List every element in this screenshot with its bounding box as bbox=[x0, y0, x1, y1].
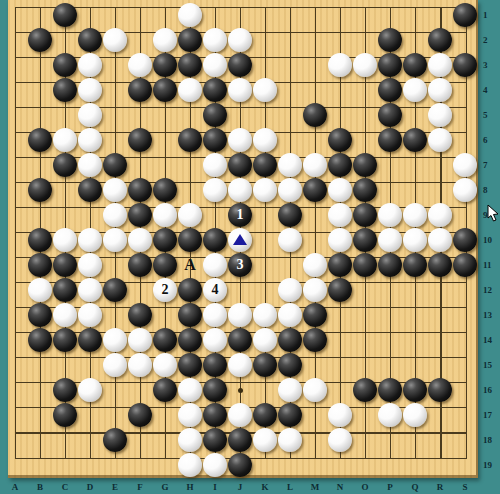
black-stone-H12[interactable] bbox=[178, 278, 202, 302]
black-stone-B14[interactable] bbox=[28, 328, 52, 352]
white-stone-L13[interactable] bbox=[278, 303, 302, 327]
black-stone-P5[interactable] bbox=[378, 103, 402, 127]
column-label-H: H bbox=[186, 482, 193, 492]
row-label-10: 10 bbox=[483, 235, 492, 245]
column-label-F: F bbox=[137, 482, 143, 492]
column-label-M: M bbox=[311, 482, 320, 492]
black-stone-O10[interactable] bbox=[353, 228, 377, 252]
white-stone-D5[interactable] bbox=[78, 103, 102, 127]
white-stone-I7[interactable] bbox=[203, 153, 227, 177]
white-stone-I2[interactable] bbox=[203, 28, 227, 52]
white-stone-Q4[interactable] bbox=[403, 78, 427, 102]
row-label-7: 7 bbox=[483, 160, 488, 170]
row-label-14: 14 bbox=[483, 335, 492, 345]
white-stone-J10[interactable] bbox=[228, 228, 252, 252]
white-stone-D12[interactable] bbox=[78, 278, 102, 302]
move-number-label: 1 bbox=[237, 208, 244, 222]
row-label-8: 8 bbox=[483, 185, 488, 195]
white-stone-N8[interactable] bbox=[328, 178, 352, 202]
white-stone-D7[interactable] bbox=[78, 153, 102, 177]
black-stone-K15[interactable] bbox=[253, 353, 277, 377]
white-stone-E14[interactable] bbox=[103, 328, 127, 352]
black-stone-M13[interactable] bbox=[303, 303, 327, 327]
black-stone-C12[interactable] bbox=[53, 278, 77, 302]
black-stone-M8[interactable] bbox=[303, 178, 327, 202]
black-stone-Q11[interactable] bbox=[403, 253, 427, 277]
white-stone-P17[interactable] bbox=[378, 403, 402, 427]
black-stone-F9[interactable] bbox=[128, 203, 152, 227]
mouse-cursor-icon bbox=[487, 205, 499, 222]
black-stone-I15[interactable] bbox=[203, 353, 227, 377]
black-stone-L9[interactable] bbox=[278, 203, 302, 227]
white-stone-J8[interactable] bbox=[228, 178, 252, 202]
black-stone-I10[interactable] bbox=[203, 228, 227, 252]
black-stone-B13[interactable] bbox=[28, 303, 52, 327]
white-stone-M7[interactable] bbox=[303, 153, 327, 177]
row-label-4: 4 bbox=[483, 85, 488, 95]
black-stone-J14[interactable] bbox=[228, 328, 252, 352]
white-stone-K14[interactable] bbox=[253, 328, 277, 352]
black-stone-S1[interactable] bbox=[453, 3, 477, 27]
black-stone-C4[interactable] bbox=[53, 78, 77, 102]
triangle-marker-icon bbox=[233, 234, 247, 245]
black-stone-Q6[interactable] bbox=[403, 128, 427, 152]
white-stone-J6[interactable] bbox=[228, 128, 252, 152]
column-label-A: A bbox=[12, 482, 19, 492]
black-stone-D8[interactable] bbox=[78, 178, 102, 202]
column-label-J: J bbox=[238, 482, 243, 492]
white-stone-S7[interactable] bbox=[453, 153, 477, 177]
black-stone-H3[interactable] bbox=[178, 53, 202, 77]
white-stone-K13[interactable] bbox=[253, 303, 277, 327]
black-stone-P6[interactable] bbox=[378, 128, 402, 152]
black-stone-O11[interactable] bbox=[353, 253, 377, 277]
column-label-E: E bbox=[112, 482, 118, 492]
white-stone-R4[interactable] bbox=[428, 78, 452, 102]
white-stone-I12[interactable]: 4 bbox=[203, 278, 227, 302]
white-stone-H9[interactable] bbox=[178, 203, 202, 227]
white-stone-K6[interactable] bbox=[253, 128, 277, 152]
white-stone-L18[interactable] bbox=[278, 428, 302, 452]
black-stone-S3[interactable] bbox=[453, 53, 477, 77]
white-stone-F3[interactable] bbox=[128, 53, 152, 77]
white-stone-K18[interactable] bbox=[253, 428, 277, 452]
black-stone-H13[interactable] bbox=[178, 303, 202, 327]
black-stone-P11[interactable] bbox=[378, 253, 402, 277]
white-stone-J15[interactable] bbox=[228, 353, 252, 377]
white-stone-R5[interactable] bbox=[428, 103, 452, 127]
white-stone-G12[interactable]: 2 bbox=[153, 278, 177, 302]
column-label-S: S bbox=[462, 482, 467, 492]
black-stone-M14[interactable] bbox=[303, 328, 327, 352]
white-stone-N3[interactable] bbox=[328, 53, 352, 77]
black-stone-E18[interactable] bbox=[103, 428, 127, 452]
column-label-B: B bbox=[37, 482, 43, 492]
white-stone-R9[interactable] bbox=[428, 203, 452, 227]
white-stone-I13[interactable] bbox=[203, 303, 227, 327]
white-stone-E9[interactable] bbox=[103, 203, 127, 227]
white-stone-R6[interactable] bbox=[428, 128, 452, 152]
white-stone-D10[interactable] bbox=[78, 228, 102, 252]
white-stone-F10[interactable] bbox=[128, 228, 152, 252]
black-stone-I5[interactable] bbox=[203, 103, 227, 127]
column-label-L: L bbox=[287, 482, 293, 492]
row-label-18: 18 bbox=[483, 435, 492, 445]
black-stone-E12[interactable] bbox=[103, 278, 127, 302]
white-stone-H18[interactable] bbox=[178, 428, 202, 452]
row-label-13: 13 bbox=[483, 310, 492, 320]
black-stone-G11[interactable] bbox=[153, 253, 177, 277]
white-stone-I8[interactable] bbox=[203, 178, 227, 202]
row-label-17: 17 bbox=[483, 410, 492, 420]
white-stone-F15[interactable] bbox=[128, 353, 152, 377]
row-label-2: 2 bbox=[483, 35, 488, 45]
black-stone-Q3[interactable] bbox=[403, 53, 427, 77]
row-label-15: 15 bbox=[483, 360, 492, 370]
white-stone-L16[interactable] bbox=[278, 378, 302, 402]
black-stone-R16[interactable] bbox=[428, 378, 452, 402]
white-stone-D13[interactable] bbox=[78, 303, 102, 327]
black-stone-I16[interactable] bbox=[203, 378, 227, 402]
white-stone-N10[interactable] bbox=[328, 228, 352, 252]
black-stone-S10[interactable] bbox=[453, 228, 477, 252]
black-stone-C7[interactable] bbox=[53, 153, 77, 177]
white-stone-C6[interactable] bbox=[53, 128, 77, 152]
black-stone-E7[interactable] bbox=[103, 153, 127, 177]
white-stone-R10[interactable] bbox=[428, 228, 452, 252]
black-stone-M5[interactable] bbox=[303, 103, 327, 127]
black-stone-H14[interactable] bbox=[178, 328, 202, 352]
black-stone-L14[interactable] bbox=[278, 328, 302, 352]
move-number-label: 3 bbox=[237, 258, 244, 272]
white-stone-K8[interactable] bbox=[253, 178, 277, 202]
white-stone-Q10[interactable] bbox=[403, 228, 427, 252]
black-stone-N12[interactable] bbox=[328, 278, 352, 302]
white-stone-L12[interactable] bbox=[278, 278, 302, 302]
black-stone-C1[interactable] bbox=[53, 3, 77, 27]
go-app-window: 1324A ABCDEFGHIJKLMNOPQRS 12345678910111… bbox=[0, 0, 500, 494]
white-stone-E2[interactable] bbox=[103, 28, 127, 52]
black-stone-F17[interactable] bbox=[128, 403, 152, 427]
black-stone-F4[interactable] bbox=[128, 78, 152, 102]
white-stone-L8[interactable] bbox=[278, 178, 302, 202]
white-stone-L10[interactable] bbox=[278, 228, 302, 252]
column-label-D: D bbox=[87, 482, 94, 492]
black-stone-O16[interactable] bbox=[353, 378, 377, 402]
black-stone-S11[interactable] bbox=[453, 253, 477, 277]
white-stone-D11[interactable] bbox=[78, 253, 102, 277]
black-stone-J9[interactable]: 1 bbox=[228, 203, 252, 227]
black-stone-J11[interactable]: 3 bbox=[228, 253, 252, 277]
black-stone-P16[interactable] bbox=[378, 378, 402, 402]
black-stone-N6[interactable] bbox=[328, 128, 352, 152]
black-stone-D2[interactable] bbox=[78, 28, 102, 52]
white-stone-C10[interactable] bbox=[53, 228, 77, 252]
row-label-19: 19 bbox=[483, 460, 492, 470]
black-stone-G3[interactable] bbox=[153, 53, 177, 77]
black-stone-P2[interactable] bbox=[378, 28, 402, 52]
row-label-3: 3 bbox=[483, 60, 488, 70]
row-label-12: 12 bbox=[483, 285, 492, 295]
black-stone-F11[interactable] bbox=[128, 253, 152, 277]
white-stone-C13[interactable] bbox=[53, 303, 77, 327]
white-stone-D4[interactable] bbox=[78, 78, 102, 102]
black-stone-J18[interactable] bbox=[228, 428, 252, 452]
white-stone-G2[interactable] bbox=[153, 28, 177, 52]
black-stone-H6[interactable] bbox=[178, 128, 202, 152]
move-number-label: 4 bbox=[212, 283, 219, 297]
black-stone-B11[interactable] bbox=[28, 253, 52, 277]
white-stone-D3[interactable] bbox=[78, 53, 102, 77]
black-stone-I18[interactable] bbox=[203, 428, 227, 452]
white-stone-D6[interactable] bbox=[78, 128, 102, 152]
white-stone-G15[interactable] bbox=[153, 353, 177, 377]
black-stone-J7[interactable] bbox=[228, 153, 252, 177]
go-board[interactable]: 1324A bbox=[8, 0, 478, 478]
white-stone-O3[interactable] bbox=[353, 53, 377, 77]
column-label-K: K bbox=[261, 482, 268, 492]
black-stone-L15[interactable] bbox=[278, 353, 302, 377]
row-label-5: 5 bbox=[483, 110, 488, 120]
column-label-P: P bbox=[387, 482, 393, 492]
white-stone-H19[interactable] bbox=[178, 453, 202, 477]
black-stone-B6[interactable] bbox=[28, 128, 52, 152]
black-stone-H15[interactable] bbox=[178, 353, 202, 377]
white-stone-I14[interactable] bbox=[203, 328, 227, 352]
white-stone-B12[interactable] bbox=[28, 278, 52, 302]
black-stone-R11[interactable] bbox=[428, 253, 452, 277]
white-stone-P10[interactable] bbox=[378, 228, 402, 252]
black-stone-N11[interactable] bbox=[328, 253, 352, 277]
black-stone-B10[interactable] bbox=[28, 228, 52, 252]
black-stone-F8[interactable] bbox=[128, 178, 152, 202]
white-stone-S8[interactable] bbox=[453, 178, 477, 202]
black-stone-G16[interactable] bbox=[153, 378, 177, 402]
white-stone-N17[interactable] bbox=[328, 403, 352, 427]
column-label-Q: Q bbox=[411, 482, 418, 492]
white-stone-I11[interactable] bbox=[203, 253, 227, 277]
white-stone-E10[interactable] bbox=[103, 228, 127, 252]
white-stone-F14[interactable] bbox=[128, 328, 152, 352]
black-stone-G8[interactable] bbox=[153, 178, 177, 202]
black-stone-L17[interactable] bbox=[278, 403, 302, 427]
black-stone-O7[interactable] bbox=[353, 153, 377, 177]
black-stone-P4[interactable] bbox=[378, 78, 402, 102]
black-stone-R2[interactable] bbox=[428, 28, 452, 52]
black-stone-I17[interactable] bbox=[203, 403, 227, 427]
move-number-label: 2 bbox=[162, 283, 169, 297]
white-stone-R3[interactable] bbox=[428, 53, 452, 77]
black-stone-O9[interactable] bbox=[353, 203, 377, 227]
white-stone-I3[interactable] bbox=[203, 53, 227, 77]
black-stone-C14[interactable] bbox=[53, 328, 77, 352]
white-stone-H1[interactable] bbox=[178, 3, 202, 27]
white-stone-D16[interactable] bbox=[78, 378, 102, 402]
white-stone-G9[interactable] bbox=[153, 203, 177, 227]
white-stone-E8[interactable] bbox=[103, 178, 127, 202]
black-stone-D14[interactable] bbox=[78, 328, 102, 352]
black-stone-G4[interactable] bbox=[153, 78, 177, 102]
white-stone-N9[interactable] bbox=[328, 203, 352, 227]
black-stone-Q16[interactable] bbox=[403, 378, 427, 402]
black-stone-O8[interactable] bbox=[353, 178, 377, 202]
white-stone-J2[interactable] bbox=[228, 28, 252, 52]
white-stone-P9[interactable] bbox=[378, 203, 402, 227]
white-stone-Q9[interactable] bbox=[403, 203, 427, 227]
black-stone-C17[interactable] bbox=[53, 403, 77, 427]
white-stone-N18[interactable] bbox=[328, 428, 352, 452]
column-label-G: G bbox=[161, 482, 168, 492]
black-stone-N7[interactable] bbox=[328, 153, 352, 177]
column-label-R: R bbox=[437, 482, 444, 492]
white-stone-M11[interactable] bbox=[303, 253, 327, 277]
white-stone-I19[interactable] bbox=[203, 453, 227, 477]
black-stone-B8[interactable] bbox=[28, 178, 52, 202]
row-label-6: 6 bbox=[483, 135, 488, 145]
column-label-O: O bbox=[361, 482, 368, 492]
white-stone-M16[interactable] bbox=[303, 378, 327, 402]
column-label-I: I bbox=[213, 482, 217, 492]
column-label-C: C bbox=[62, 482, 69, 492]
black-stone-F6[interactable] bbox=[128, 128, 152, 152]
white-stone-H4[interactable] bbox=[178, 78, 202, 102]
white-stone-L7[interactable] bbox=[278, 153, 302, 177]
black-stone-G10[interactable] bbox=[153, 228, 177, 252]
row-label-11: 11 bbox=[483, 260, 492, 270]
black-stone-K17[interactable] bbox=[253, 403, 277, 427]
row-label-1: 1 bbox=[483, 10, 488, 20]
board-letter-label-A: A bbox=[184, 256, 196, 274]
black-stone-J3[interactable] bbox=[228, 53, 252, 77]
row-label-16: 16 bbox=[483, 385, 492, 395]
white-stone-Q17[interactable] bbox=[403, 403, 427, 427]
star-point bbox=[238, 388, 243, 393]
black-stone-C16[interactable] bbox=[53, 378, 77, 402]
black-stone-J19[interactable] bbox=[228, 453, 252, 477]
black-stone-C3[interactable] bbox=[53, 53, 77, 77]
white-stone-M12[interactable] bbox=[303, 278, 327, 302]
black-stone-C11[interactable] bbox=[53, 253, 77, 277]
black-stone-I4[interactable] bbox=[203, 78, 227, 102]
black-stone-K7[interactable] bbox=[253, 153, 277, 177]
black-stone-H2[interactable] bbox=[178, 28, 202, 52]
black-stone-H10[interactable] bbox=[178, 228, 202, 252]
white-stone-H16[interactable] bbox=[178, 378, 202, 402]
white-stone-J17[interactable] bbox=[228, 403, 252, 427]
black-stone-B2[interactable] bbox=[28, 28, 52, 52]
black-stone-F13[interactable] bbox=[128, 303, 152, 327]
white-stone-H17[interactable] bbox=[178, 403, 202, 427]
black-stone-G14[interactable] bbox=[153, 328, 177, 352]
black-stone-I6[interactable] bbox=[203, 128, 227, 152]
column-label-N: N bbox=[337, 482, 344, 492]
black-stone-P3[interactable] bbox=[378, 53, 402, 77]
white-stone-J13[interactable] bbox=[228, 303, 252, 327]
white-stone-E15[interactable] bbox=[103, 353, 127, 377]
white-stone-K4[interactable] bbox=[253, 78, 277, 102]
white-stone-J4[interactable] bbox=[228, 78, 252, 102]
